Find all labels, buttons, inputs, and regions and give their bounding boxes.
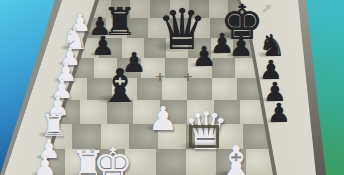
piece-black-bishop-c4[interactable]: ♝ <box>99 63 140 109</box>
piece-black-pawn-f6[interactable]: ♟ <box>192 43 216 70</box>
captured-black-pawn: ♟ <box>267 100 290 126</box>
piece-white-king-c1[interactable]: ♚ <box>93 142 133 175</box>
chess-titans-3d-board-screenshot: ↗ ++ ♟♞♟♟♟♟♜♟♟♞♟♟♟ ♟♜♟♟♝♛♚♟♟♟♟♛♝♜♚ <box>0 0 344 175</box>
piece-white-pawn-e3[interactable]: ♟ <box>148 102 178 135</box>
square-e1[interactable] <box>156 149 186 175</box>
piece-black-pawn-b6[interactable]: ♟ <box>91 33 114 59</box>
piece-white-bishop-g1[interactable]: ♝ <box>216 140 255 175</box>
square-texture-marker-1: + <box>155 69 166 84</box>
square-texture-marker-2: + <box>183 69 194 84</box>
captured-white-pawn: ♟ <box>33 153 56 175</box>
piece-black-pawn-h6[interactable]: ♟ <box>229 33 253 60</box>
square-g4[interactable] <box>212 78 237 100</box>
highlighted-square-f2 <box>189 125 219 148</box>
rotate-arrow-icon: ↗ <box>261 1 272 16</box>
